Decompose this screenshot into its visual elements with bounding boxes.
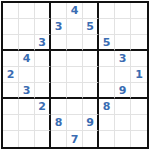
cell-r6c5[interactable] (67, 83, 83, 99)
cell-r7c8[interactable] (115, 99, 131, 115)
cell-r5c8[interactable] (115, 67, 131, 83)
cell-r2c2[interactable] (19, 19, 35, 35)
cell-r3c9[interactable] (131, 35, 147, 51)
cell-r2c3[interactable] (35, 19, 51, 35)
cell-r2c8[interactable] (115, 19, 131, 35)
cell-r4c4[interactable] (51, 51, 67, 67)
cell-r4c9[interactable] (131, 51, 147, 67)
cell-r8c2[interactable] (19, 115, 35, 131)
cell-r6c3[interactable] (35, 83, 51, 99)
cell-r8c6[interactable]: 9 (83, 115, 99, 131)
cell-r2c6[interactable]: 5 (83, 19, 99, 35)
cell-r3c2[interactable] (19, 35, 35, 51)
cell-r8c8[interactable] (115, 115, 131, 131)
cell-r9c6[interactable] (83, 131, 99, 147)
cell-r6c1[interactable] (3, 83, 19, 99)
cell-r6c4[interactable] (51, 83, 67, 99)
cell-r9c9[interactable] (131, 131, 147, 147)
cell-r4c3[interactable] (35, 51, 51, 67)
cell-r2c1[interactable] (3, 19, 19, 35)
cell-r4c7[interactable] (99, 51, 115, 67)
cell-r1c2[interactable] (19, 3, 35, 19)
cell-r4c6[interactable] (83, 51, 99, 67)
cell-r5c9[interactable]: 1 (131, 67, 147, 83)
cell-r1c1[interactable] (3, 3, 19, 19)
cell-r4c2[interactable]: 4 (19, 51, 35, 67)
cell-r9c4[interactable] (51, 131, 67, 147)
cell-r7c2[interactable] (19, 99, 35, 115)
cell-r2c7[interactable] (99, 19, 115, 35)
cell-r2c9[interactable] (131, 19, 147, 35)
cell-r1c3[interactable] (35, 3, 51, 19)
cell-r9c2[interactable] (19, 131, 35, 147)
cell-r3c6[interactable] (83, 35, 99, 51)
cell-r6c8[interactable]: 9 (115, 83, 131, 99)
cell-r1c9[interactable] (131, 3, 147, 19)
cell-r8c5[interactable] (67, 115, 83, 131)
cell-r3c3[interactable]: 3 (35, 35, 51, 51)
cell-r9c7[interactable] (99, 131, 115, 147)
cell-r3c4[interactable] (51, 35, 67, 51)
cell-r7c6[interactable] (83, 99, 99, 115)
cell-r5c3[interactable] (35, 67, 51, 83)
cell-r5c6[interactable] (83, 67, 99, 83)
cell-r6c7[interactable] (99, 83, 115, 99)
cell-r3c8[interactable] (115, 35, 131, 51)
cell-r5c4[interactable] (51, 67, 67, 83)
cell-r2c4[interactable]: 3 (51, 19, 67, 35)
cell-r7c9[interactable] (131, 99, 147, 115)
cell-r4c1[interactable] (3, 51, 19, 67)
cell-r5c5[interactable] (67, 67, 83, 83)
cell-r8c9[interactable] (131, 115, 147, 131)
cell-r9c3[interactable] (35, 131, 51, 147)
cell-r8c1[interactable] (3, 115, 19, 131)
cell-r5c7[interactable] (99, 67, 115, 83)
cell-r7c1[interactable] (3, 99, 19, 115)
cell-r7c5[interactable] (67, 99, 83, 115)
cell-r9c1[interactable] (3, 131, 19, 147)
cell-r1c5[interactable]: 4 (67, 3, 83, 19)
sudoku-board: 4353543213928897 (1, 1, 149, 149)
cell-r3c1[interactable] (3, 35, 19, 51)
cell-r4c5[interactable] (67, 51, 83, 67)
cell-r3c5[interactable] (67, 35, 83, 51)
cell-r3c7[interactable]: 5 (99, 35, 115, 51)
cell-r5c2[interactable] (19, 67, 35, 83)
cell-r6c6[interactable] (83, 83, 99, 99)
cell-r7c4[interactable] (51, 99, 67, 115)
cell-r2c5[interactable] (67, 19, 83, 35)
cell-r8c3[interactable] (35, 115, 51, 131)
cell-r1c6[interactable] (83, 3, 99, 19)
cell-r4c8[interactable]: 3 (115, 51, 131, 67)
cell-r9c8[interactable] (115, 131, 131, 147)
cell-r8c7[interactable] (99, 115, 115, 131)
cell-r6c9[interactable] (131, 83, 147, 99)
cell-r8c4[interactable]: 8 (51, 115, 67, 131)
cell-r7c3[interactable]: 2 (35, 99, 51, 115)
cell-r5c1[interactable]: 2 (3, 67, 19, 83)
cell-r6c2[interactable]: 3 (19, 83, 35, 99)
cell-r9c5[interactable]: 7 (67, 131, 83, 147)
cell-r7c7[interactable]: 8 (99, 99, 115, 115)
sudoku-page: 4353543213928897 (0, 0, 150, 150)
cell-r1c4[interactable] (51, 3, 67, 19)
cell-r1c8[interactable] (115, 3, 131, 19)
cell-r1c7[interactable] (99, 3, 115, 19)
